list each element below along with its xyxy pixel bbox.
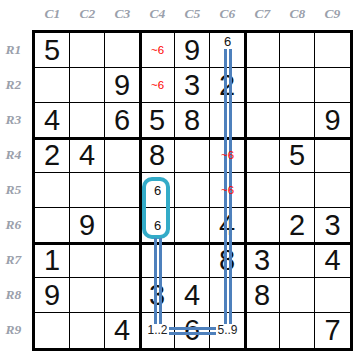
given-digit: 9 xyxy=(44,281,60,310)
cell-R5C8[interactable] xyxy=(280,173,315,208)
cell-R5C2[interactable] xyxy=(70,173,105,208)
cell-R5C1[interactable] xyxy=(35,173,70,208)
column-label-C3: C3 xyxy=(105,6,140,22)
given-digit: 3 xyxy=(324,211,340,240)
cell-R8C3[interactable] xyxy=(105,278,140,313)
cell-R5C3[interactable] xyxy=(105,173,140,208)
given-digit: 4 xyxy=(184,281,200,310)
given-digit: 7 xyxy=(324,316,340,345)
cell-R2C5[interactable]: 3 xyxy=(175,68,210,103)
given-digit: 4 xyxy=(114,316,130,345)
cell-R2C9[interactable] xyxy=(315,68,350,103)
link-line-R6C4-R9C4 xyxy=(154,238,162,328)
cell-R4C1[interactable]: 2 xyxy=(35,138,70,173)
cell-R4C8[interactable]: 5 xyxy=(280,138,315,173)
cell-R2C8[interactable] xyxy=(280,68,315,103)
cell-R9C3[interactable]: 4 xyxy=(105,313,140,348)
cell-R4C9[interactable] xyxy=(315,138,350,173)
cell-R5C9[interactable] xyxy=(315,173,350,208)
cell-R2C1[interactable] xyxy=(35,68,70,103)
cell-R1C4[interactable] xyxy=(140,33,175,68)
cell-R7C7[interactable]: 3 xyxy=(245,243,280,278)
cell-R3C7[interactable] xyxy=(245,103,280,138)
cell-R8C1[interactable]: 9 xyxy=(35,278,70,313)
cell-R9C9[interactable]: 7 xyxy=(315,313,350,348)
cell-R3C3[interactable]: 6 xyxy=(105,103,140,138)
cell-R1C7[interactable] xyxy=(245,33,280,68)
given-digit: 4 xyxy=(324,246,340,275)
column-label-C8: C8 xyxy=(280,6,315,22)
cell-R4C4[interactable]: 8 xyxy=(140,138,175,173)
box-border-horizontal xyxy=(35,242,350,245)
box-border-vertical xyxy=(244,33,247,348)
row-label-R3: R3 xyxy=(0,110,27,130)
cell-R8C7[interactable]: 8 xyxy=(245,278,280,313)
cell-R6C5[interactable] xyxy=(175,208,210,243)
cell-R2C2[interactable] xyxy=(70,68,105,103)
column-label-C7: C7 xyxy=(245,6,280,22)
highlight-capsule xyxy=(142,177,170,239)
cell-R2C4[interactable] xyxy=(140,68,175,103)
cell-R7C9[interactable]: 4 xyxy=(315,243,350,278)
sudoku-diagram: C1C2C3C4C5C6C7C8C9 R1R2R3R4R5R6R7R8R9 59… xyxy=(0,0,356,356)
cell-R1C8[interactable] xyxy=(280,33,315,68)
cell-R8C2[interactable] xyxy=(70,278,105,313)
given-digit: 4 xyxy=(79,141,95,170)
cell-R6C3[interactable] xyxy=(105,208,140,243)
cell-R6C8[interactable]: 2 xyxy=(280,208,315,243)
cell-R8C9[interactable] xyxy=(315,278,350,313)
cell-R1C9[interactable] xyxy=(315,33,350,68)
given-digit: 4 xyxy=(44,106,60,135)
row-label-R2: R2 xyxy=(0,75,27,95)
column-label-C1: C1 xyxy=(35,6,70,22)
cell-R8C8[interactable] xyxy=(280,278,315,313)
cell-R4C7[interactable] xyxy=(245,138,280,173)
row-label-R5: R5 xyxy=(0,180,27,200)
cell-R5C7[interactable] xyxy=(245,173,280,208)
cell-R6C9[interactable]: 3 xyxy=(315,208,350,243)
row-label-R6: R6 xyxy=(0,215,27,235)
given-digit: 9 xyxy=(79,211,95,240)
cell-R9C8[interactable] xyxy=(280,313,315,348)
cell-R5C5[interactable] xyxy=(175,173,210,208)
cell-R9C2[interactable] xyxy=(70,313,105,348)
column-label-C5: C5 xyxy=(175,6,210,22)
cell-R3C4[interactable]: 5 xyxy=(140,103,175,138)
given-digit: 8 xyxy=(254,281,270,310)
given-digit: 5 xyxy=(289,141,305,170)
link-line-R9C4-R9C6 xyxy=(155,327,221,335)
column-label-C4: C4 xyxy=(140,6,175,22)
cell-R7C2[interactable] xyxy=(70,243,105,278)
cell-R1C3[interactable] xyxy=(105,33,140,68)
cell-R8C5[interactable]: 4 xyxy=(175,278,210,313)
row-label-R1: R1 xyxy=(0,40,27,60)
cell-R3C5[interactable]: 8 xyxy=(175,103,210,138)
cell-R6C2[interactable]: 9 xyxy=(70,208,105,243)
column-label-C2: C2 xyxy=(70,6,105,22)
link-line-R1C6-R9C6 xyxy=(224,49,232,328)
given-digit: 8 xyxy=(149,141,165,170)
cell-R6C1[interactable] xyxy=(35,208,70,243)
cell-R1C2[interactable] xyxy=(70,33,105,68)
row-label-R8: R8 xyxy=(0,285,27,305)
given-digit: 6 xyxy=(114,106,130,135)
column-label-C9: C9 xyxy=(315,6,350,22)
given-digit: 3 xyxy=(184,71,200,100)
cell-R9C7[interactable] xyxy=(245,313,280,348)
cell-R3C1[interactable]: 4 xyxy=(35,103,70,138)
cell-R4C5[interactable] xyxy=(175,138,210,173)
cell-R4C3[interactable] xyxy=(105,138,140,173)
given-digit: 9 xyxy=(114,71,130,100)
box-border-horizontal xyxy=(35,137,350,140)
board: 59932465892485942318349348467666~6~6~6~6… xyxy=(32,30,353,351)
given-digit: 9 xyxy=(324,106,340,135)
cell-R2C3[interactable]: 9 xyxy=(105,68,140,103)
cell-R3C8[interactable] xyxy=(280,103,315,138)
given-digit: 1 xyxy=(44,246,60,275)
row-label-R7: R7 xyxy=(0,250,27,270)
given-digit: 2 xyxy=(289,211,305,240)
given-digit: 5 xyxy=(149,106,165,135)
cell-R2C7[interactable] xyxy=(245,68,280,103)
given-digit: 3 xyxy=(254,246,270,275)
cell-R9C1[interactable] xyxy=(35,313,70,348)
cell-R1C5[interactable]: 9 xyxy=(175,33,210,68)
given-digit: 8 xyxy=(184,106,200,135)
row-label-R9: R9 xyxy=(0,320,27,340)
cell-R3C9[interactable]: 9 xyxy=(315,103,350,138)
cell-R6C7[interactable] xyxy=(245,208,280,243)
cell-R7C8[interactable] xyxy=(280,243,315,278)
given-digit: 2 xyxy=(44,141,60,170)
cell-R1C1[interactable]: 5 xyxy=(35,33,70,68)
cell-R3C2[interactable] xyxy=(70,103,105,138)
given-digit: 9 xyxy=(184,36,200,65)
cell-R7C3[interactable] xyxy=(105,243,140,278)
cell-R7C1[interactable]: 1 xyxy=(35,243,70,278)
given-digit: 5 xyxy=(44,36,60,65)
cell-R4C2[interactable]: 4 xyxy=(70,138,105,173)
cell-R7C5[interactable] xyxy=(175,243,210,278)
row-label-R4: R4 xyxy=(0,145,27,165)
column-label-C6: C6 xyxy=(210,6,245,22)
